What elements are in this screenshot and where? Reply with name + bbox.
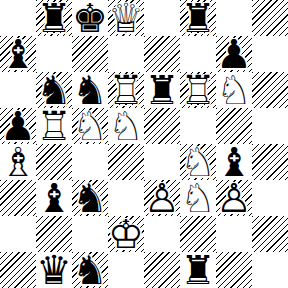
piece-glyph: ♘ xyxy=(108,108,144,144)
square-h4[interactable] xyxy=(252,144,288,180)
square-e2[interactable] xyxy=(144,216,180,252)
square-a3[interactable] xyxy=(0,180,36,216)
square-e6[interactable]: ♜♜ xyxy=(144,72,180,108)
piece-glyph: ♙ xyxy=(216,180,252,216)
black-rook-icon[interactable]: ♜♜ xyxy=(144,72,180,108)
square-a7[interactable]: ♝♝ xyxy=(0,36,36,72)
white-knight-icon[interactable]: ♞♘ xyxy=(216,72,252,108)
square-b5[interactable]: ♜♖ xyxy=(36,108,72,144)
square-b8[interactable]: ♜♜ xyxy=(36,0,72,36)
black-king-icon[interactable]: ♚♚ xyxy=(72,0,108,36)
piece-glyph: ♝ xyxy=(36,180,72,216)
piece-glyph: ♙ xyxy=(144,180,180,216)
square-d4[interactable] xyxy=(108,144,144,180)
black-knight-icon[interactable]: ♞♞ xyxy=(72,252,108,288)
square-h6[interactable] xyxy=(252,72,288,108)
black-rook-icon[interactable]: ♜♜ xyxy=(180,252,216,288)
black-knight-icon[interactable]: ♞♞ xyxy=(72,180,108,216)
piece-glyph: ♜ xyxy=(36,0,72,36)
square-e8[interactable] xyxy=(144,0,180,36)
black-rook-icon[interactable]: ♜♜ xyxy=(36,0,72,36)
square-a4[interactable]: ♝♗ xyxy=(0,144,36,180)
square-b3[interactable]: ♝♝ xyxy=(36,180,72,216)
square-d1[interactable] xyxy=(108,252,144,288)
square-c3[interactable]: ♞♞ xyxy=(72,180,108,216)
white-rook-icon[interactable]: ♜♖ xyxy=(180,72,216,108)
white-queen-icon[interactable]: ♛♕ xyxy=(108,0,144,36)
piece-glyph: ♗ xyxy=(0,144,36,180)
white-knight-icon[interactable]: ♞♘ xyxy=(180,180,216,216)
white-pawn-icon[interactable]: ♟♙ xyxy=(216,180,252,216)
square-a1[interactable] xyxy=(0,252,36,288)
white-king-icon[interactable]: ♚♔ xyxy=(108,216,144,252)
square-h1[interactable] xyxy=(252,252,288,288)
piece-glyph: ♖ xyxy=(180,72,216,108)
square-f8[interactable]: ♜♜ xyxy=(180,0,216,36)
piece-glyph: ♔ xyxy=(108,216,144,252)
square-c8[interactable]: ♚♚ xyxy=(72,0,108,36)
square-d8[interactable]: ♛♕ xyxy=(108,0,144,36)
white-knight-icon[interactable]: ♞♘ xyxy=(72,108,108,144)
piece-glyph: ♖ xyxy=(36,108,72,144)
square-h2[interactable] xyxy=(252,216,288,252)
square-g3[interactable]: ♟♙ xyxy=(216,180,252,216)
square-g1[interactable] xyxy=(216,252,252,288)
square-a2[interactable] xyxy=(0,216,36,252)
black-bishop-icon[interactable]: ♝♝ xyxy=(36,180,72,216)
black-bishop-icon[interactable]: ♝♝ xyxy=(0,36,36,72)
piece-glyph: ♜ xyxy=(144,72,180,108)
square-f6[interactable]: ♜♖ xyxy=(180,72,216,108)
square-f1[interactable]: ♜♜ xyxy=(180,252,216,288)
square-e1[interactable] xyxy=(144,252,180,288)
white-pawn-icon[interactable]: ♟♙ xyxy=(144,180,180,216)
piece-glyph: ♜ xyxy=(180,252,216,288)
square-d2[interactable]: ♚♔ xyxy=(108,216,144,252)
square-h3[interactable] xyxy=(252,180,288,216)
piece-glyph: ♘ xyxy=(180,180,216,216)
white-knight-icon[interactable]: ♞♘ xyxy=(108,108,144,144)
black-queen-icon[interactable]: ♛♛ xyxy=(36,252,72,288)
square-b1[interactable]: ♛♛ xyxy=(36,252,72,288)
square-e3[interactable]: ♟♙ xyxy=(144,180,180,216)
piece-glyph: ♝ xyxy=(0,36,36,72)
square-d5[interactable]: ♞♘ xyxy=(108,108,144,144)
piece-glyph: ♚ xyxy=(72,0,108,36)
piece-glyph: ♛ xyxy=(36,252,72,288)
piece-glyph: ♜ xyxy=(180,0,216,36)
chess-board: ♜♜♚♚♛♕♜♜♝♝♟♟♞♞♞♞♜♖♜♜♜♖♞♘♟♟♜♖♞♘♞♘♝♗♞♘♝♝♝♝… xyxy=(0,0,288,288)
square-g2[interactable] xyxy=(216,216,252,252)
piece-glyph: ♞ xyxy=(72,252,108,288)
piece-glyph: ♘ xyxy=(216,72,252,108)
white-bishop-icon[interactable]: ♝♗ xyxy=(0,144,36,180)
square-c5[interactable]: ♞♘ xyxy=(72,108,108,144)
square-c1[interactable]: ♞♞ xyxy=(72,252,108,288)
black-rook-icon[interactable]: ♜♜ xyxy=(180,0,216,36)
piece-glyph: ♘ xyxy=(72,108,108,144)
white-rook-icon[interactable]: ♜♖ xyxy=(36,108,72,144)
piece-glyph: ♕ xyxy=(108,0,144,36)
square-h5[interactable] xyxy=(252,108,288,144)
square-h7[interactable] xyxy=(252,36,288,72)
square-g6[interactable]: ♞♘ xyxy=(216,72,252,108)
piece-glyph: ♞ xyxy=(72,180,108,216)
square-e5[interactable] xyxy=(144,108,180,144)
square-f3[interactable]: ♞♘ xyxy=(180,180,216,216)
square-h8[interactable] xyxy=(252,0,288,36)
